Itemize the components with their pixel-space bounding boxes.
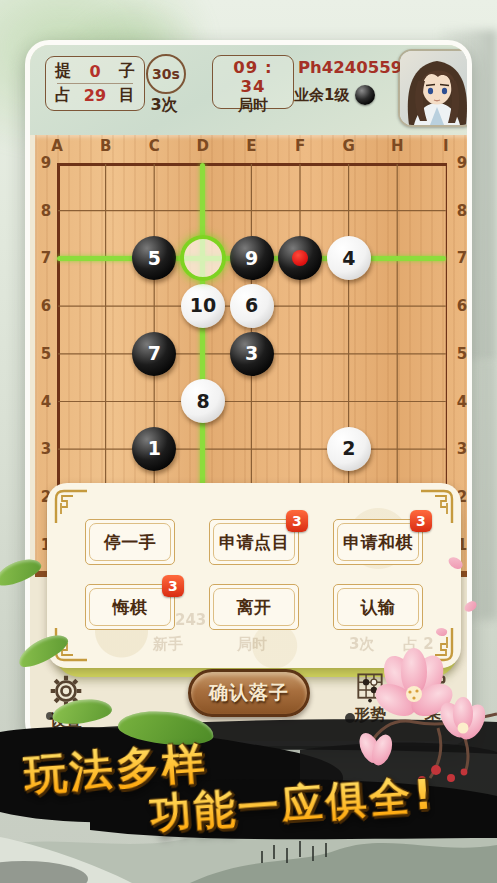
avatar-illustration [400, 51, 472, 125]
ghost-opponent-name-fragment: 243 [175, 611, 206, 629]
top-player-bar: 提 0 子 占 29 目 30s 3次 09 : 34 局时 Ph4240559… [30, 45, 467, 135]
territory-suffix: 目 [119, 85, 135, 106]
stone-C3: 1 [132, 427, 176, 471]
gold-corner-ornament [421, 487, 457, 523]
move-number: 8 [196, 392, 209, 411]
stone-G3: 2 [327, 427, 371, 471]
avatar[interactable] [398, 49, 472, 127]
territory-row: 占 29 目 [55, 85, 135, 106]
captures-row: 提 0 子 [55, 61, 135, 82]
pass-button[interactable]: 停一手 [85, 519, 175, 565]
move-number: 6 [245, 296, 258, 315]
player-color-stone-icon [355, 85, 375, 105]
captures-suffix: 子 [119, 61, 135, 82]
button-label: 认输 [361, 597, 396, 617]
request-draw-button[interactable]: 申请和棋3 [333, 519, 423, 565]
game-clock-box: 09 : 34 局时 [212, 55, 294, 109]
move-number: 4 [342, 249, 355, 268]
move-number: 10 [190, 296, 216, 315]
captures-prefix: 提 [55, 61, 71, 82]
player-name: Ph4240559 [298, 58, 398, 77]
leave-button[interactable]: 离开 [209, 584, 299, 630]
resign-button[interactable]: 认输 [333, 584, 423, 630]
stone-C5: 7 [132, 332, 176, 376]
pending-stone-D7[interactable] [180, 235, 226, 281]
move-number: 3 [245, 344, 258, 363]
divider [57, 83, 133, 84]
clock-time: 09 : 34 [219, 58, 287, 96]
stone-G7: 4 [327, 236, 371, 280]
territory-prefix: 占 [55, 85, 71, 106]
player-rank: 业余1级 [294, 86, 349, 105]
count-badge: 3 [162, 575, 184, 597]
stone-E6: 6 [230, 284, 274, 328]
button-label: 停一手 [104, 532, 157, 552]
stone-C7: 5 [132, 236, 176, 280]
last-move-red-dot [292, 250, 308, 266]
gold-corner-ornament [51, 487, 87, 523]
button-label: 悔棋 [113, 597, 148, 617]
count-badge: 3 [286, 510, 308, 532]
stone-E5: 3 [230, 332, 274, 376]
undo-button[interactable]: 悔棋3 [85, 584, 175, 630]
clock-label: 局时 [219, 96, 287, 115]
player-rank-row: 业余1级 [294, 85, 375, 105]
captures-value: 0 [89, 62, 100, 81]
button-label: 离开 [237, 597, 272, 617]
button-label: 申请点目 [219, 532, 289, 552]
capture-territory-box: 提 0 子 占 29 目 [45, 56, 145, 111]
ghost-clock-label: 局时 [237, 635, 267, 654]
move-number: 9 [245, 249, 258, 268]
byoyomi-count: 3次 [140, 95, 188, 116]
byoyomi-timer: 30s [146, 54, 186, 94]
move-number: 5 [148, 249, 161, 268]
move-number: 7 [148, 344, 161, 363]
stone-D4: 8 [181, 379, 225, 423]
move-number: 1 [148, 439, 161, 458]
dialog-button-row-2: 悔棋3离开认输 [47, 584, 461, 630]
ghost-opponent-rank: 新手 [153, 635, 183, 654]
stone-D6: 10 [181, 284, 225, 328]
request-count-button[interactable]: 申请点目3 [209, 519, 299, 565]
territory-value: 29 [84, 86, 106, 105]
dialog-button-row-1: 停一手申请点目3申请和棋3 [47, 519, 461, 565]
move-number: 2 [342, 439, 355, 458]
stone-F7 [278, 236, 322, 280]
stone-E7: 9 [230, 236, 274, 280]
button-label: 申请和棋 [343, 532, 413, 552]
